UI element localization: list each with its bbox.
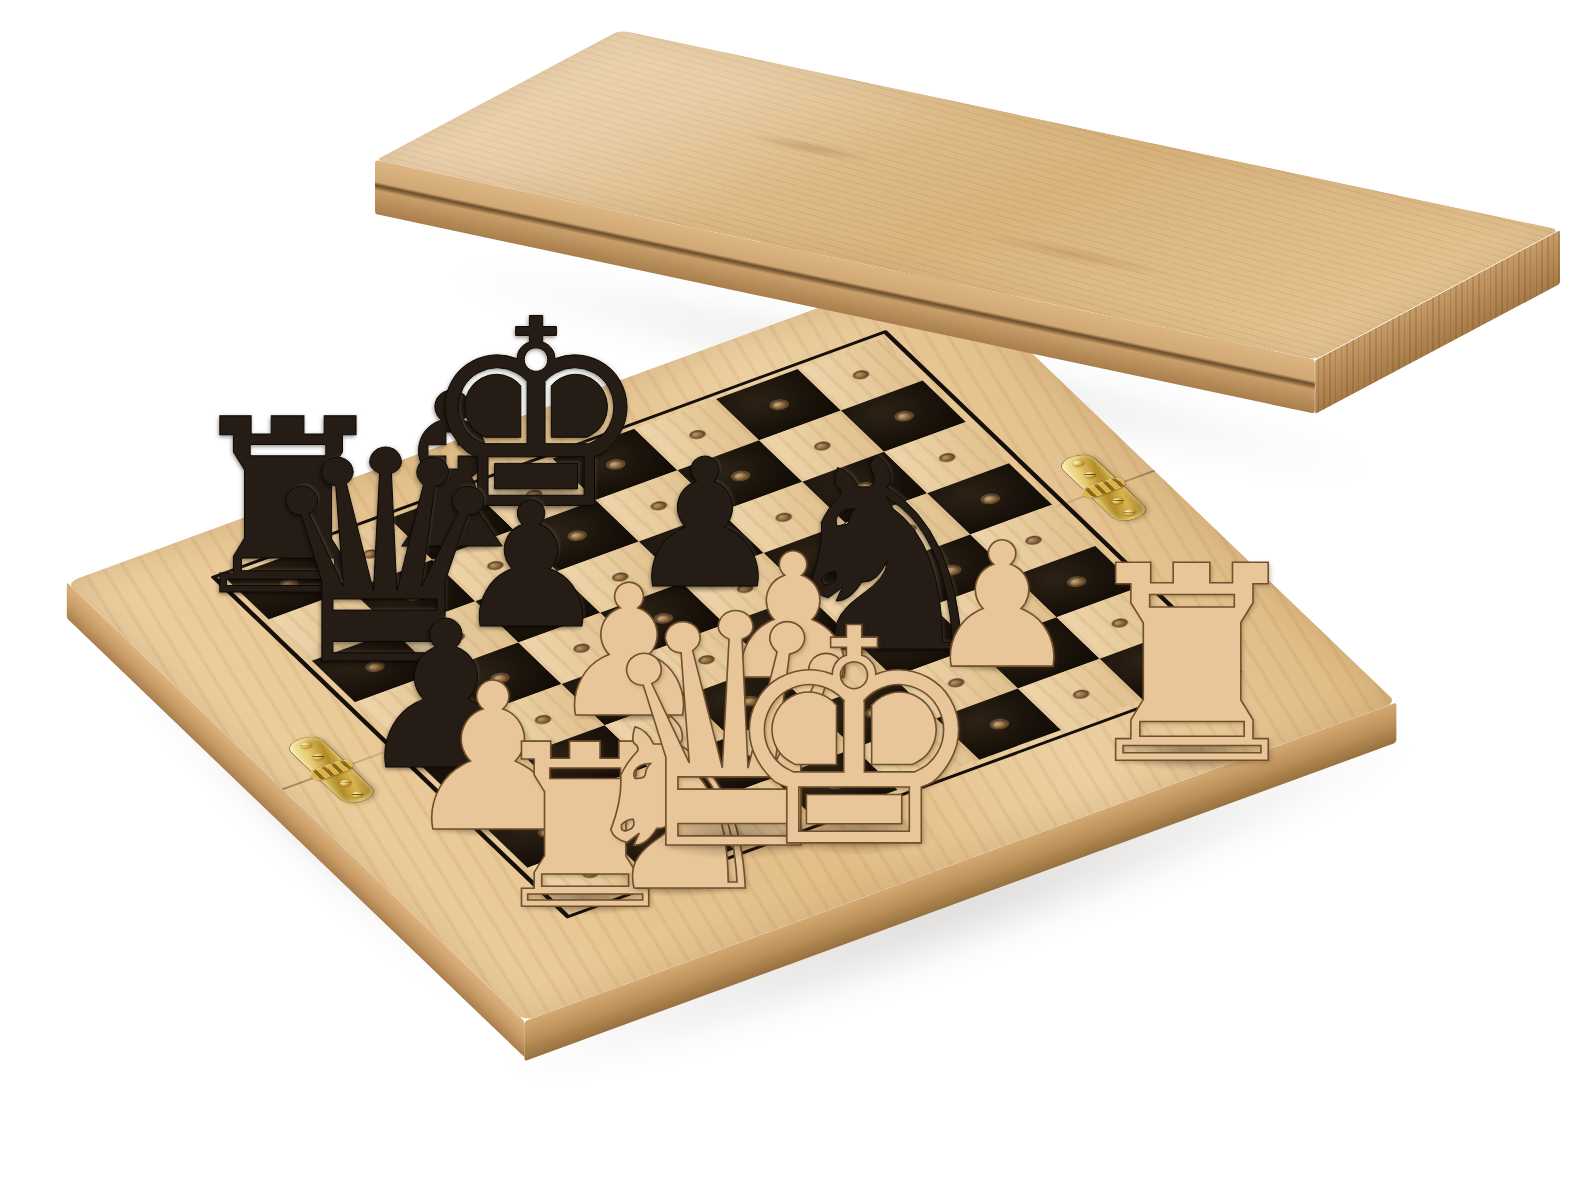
- piece-white-king-d1[interactable]: ♚: [720, 590, 988, 889]
- piece-layer: ♜♝♚♛♟♟♟♞♟♟♟♟♜♞♛♚♜: [0, 0, 1593, 1200]
- product-photo-travel-chess-set: ♜♝♚♛♟♟♟♞♟♟♟♟♜♞♛♚♜: [0, 0, 1593, 1200]
- piece-white-rook-h1[interactable]: ♜: [1071, 531, 1314, 802]
